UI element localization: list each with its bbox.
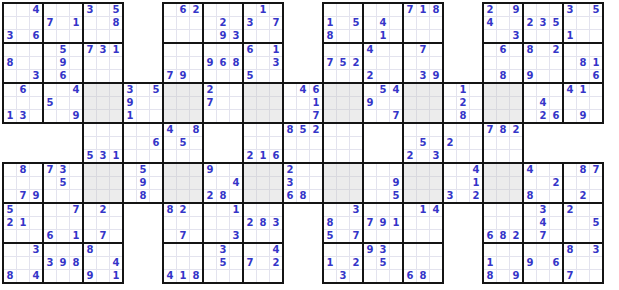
- empty-cell[interactable]: [377, 4, 389, 16]
- empty-cell[interactable]: [257, 57, 269, 69]
- empty-cell[interactable]: [257, 257, 269, 269]
- empty-cell[interactable]: [350, 177, 362, 189]
- empty-cell[interactable]: [44, 217, 56, 229]
- empty-cell[interactable]: [97, 124, 109, 136]
- empty-cell[interactable]: [217, 84, 229, 96]
- empty-cell[interactable]: [510, 110, 522, 122]
- empty-cell[interactable]: [590, 97, 602, 109]
- empty-cell[interactable]: [270, 177, 282, 189]
- empty-cell[interactable]: [444, 110, 456, 122]
- empty-cell[interactable]: [244, 230, 256, 242]
- empty-cell[interactable]: [377, 270, 389, 282]
- empty-cell[interactable]: [364, 257, 376, 269]
- empty-cell[interactable]: [17, 270, 29, 282]
- empty-cell[interactable]: [84, 137, 96, 149]
- empty-cell[interactable]: [284, 137, 296, 149]
- empty-cell[interactable]: [217, 4, 229, 16]
- empty-cell[interactable]: [350, 244, 362, 256]
- empty-cell[interactable]: [324, 204, 336, 216]
- empty-cell[interactable]: [30, 164, 42, 176]
- empty-cell[interactable]: [550, 204, 562, 216]
- empty-cell[interactable]: [364, 84, 376, 96]
- empty-cell[interactable]: [97, 97, 109, 109]
- empty-cell[interactable]: [257, 30, 269, 42]
- empty-cell[interactable]: [510, 257, 522, 269]
- empty-cell[interactable]: [164, 44, 176, 56]
- empty-cell[interactable]: [190, 230, 202, 242]
- empty-cell[interactable]: [4, 17, 16, 29]
- empty-cell[interactable]: [110, 177, 122, 189]
- empty-cell[interactable]: [257, 84, 269, 96]
- empty-cell[interactable]: [257, 44, 269, 56]
- empty-cell[interactable]: [244, 190, 256, 202]
- empty-cell[interactable]: [350, 84, 362, 96]
- empty-cell[interactable]: [204, 70, 216, 82]
- empty-cell[interactable]: [484, 70, 496, 82]
- empty-cell[interactable]: [190, 17, 202, 29]
- empty-cell[interactable]: [4, 190, 16, 202]
- empty-cell[interactable]: [270, 164, 282, 176]
- empty-cell[interactable]: [550, 84, 562, 96]
- empty-cell[interactable]: [257, 204, 269, 216]
- empty-cell[interactable]: [70, 97, 82, 109]
- empty-cell[interactable]: [230, 70, 242, 82]
- empty-cell[interactable]: [510, 217, 522, 229]
- empty-cell[interactable]: [57, 4, 69, 16]
- empty-cell[interactable]: [190, 150, 202, 162]
- empty-cell[interactable]: [524, 177, 536, 189]
- empty-cell[interactable]: [230, 244, 242, 256]
- empty-cell[interactable]: [4, 177, 16, 189]
- empty-cell[interactable]: [84, 110, 96, 122]
- empty-cell[interactable]: [404, 217, 416, 229]
- empty-cell[interactable]: [110, 204, 122, 216]
- empty-cell[interactable]: [164, 164, 176, 176]
- empty-cell[interactable]: [497, 84, 509, 96]
- empty-cell[interactable]: [417, 217, 429, 229]
- empty-cell[interactable]: [257, 270, 269, 282]
- empty-cell[interactable]: [217, 177, 229, 189]
- empty-cell[interactable]: [497, 190, 509, 202]
- empty-cell[interactable]: [524, 30, 536, 42]
- empty-cell[interactable]: [57, 270, 69, 282]
- empty-cell[interactable]: [190, 57, 202, 69]
- empty-cell[interactable]: [30, 17, 42, 29]
- empty-cell[interactable]: [150, 150, 162, 162]
- empty-cell[interactable]: [70, 177, 82, 189]
- empty-cell[interactable]: [364, 17, 376, 29]
- empty-cell[interactable]: [30, 177, 42, 189]
- empty-cell[interactable]: [404, 204, 416, 216]
- empty-cell[interactable]: [257, 17, 269, 29]
- empty-cell[interactable]: [177, 97, 189, 109]
- empty-cell[interactable]: [164, 150, 176, 162]
- empty-cell[interactable]: [70, 70, 82, 82]
- empty-cell[interactable]: [444, 150, 456, 162]
- empty-cell[interactable]: [404, 230, 416, 242]
- empty-cell[interactable]: [44, 44, 56, 56]
- empty-cell[interactable]: [297, 110, 309, 122]
- empty-cell[interactable]: [57, 17, 69, 29]
- empty-cell[interactable]: [70, 270, 82, 282]
- empty-cell[interactable]: [484, 44, 496, 56]
- empty-cell[interactable]: [537, 70, 549, 82]
- empty-cell[interactable]: [497, 244, 509, 256]
- empty-cell[interactable]: [390, 270, 402, 282]
- empty-cell[interactable]: [470, 110, 482, 122]
- empty-cell[interactable]: [444, 124, 456, 136]
- empty-cell[interactable]: [257, 70, 269, 82]
- empty-cell[interactable]: [417, 84, 429, 96]
- empty-cell[interactable]: [190, 137, 202, 149]
- empty-cell[interactable]: [550, 70, 562, 82]
- empty-cell[interactable]: [364, 57, 376, 69]
- empty-cell[interactable]: [417, 57, 429, 69]
- empty-cell[interactable]: [257, 190, 269, 202]
- empty-cell[interactable]: [590, 30, 602, 42]
- empty-cell[interactable]: [377, 204, 389, 216]
- empty-cell[interactable]: [577, 244, 589, 256]
- empty-cell[interactable]: [590, 230, 602, 242]
- empty-cell[interactable]: [564, 97, 576, 109]
- empty-cell[interactable]: [470, 97, 482, 109]
- empty-cell[interactable]: [30, 84, 42, 96]
- empty-cell[interactable]: [537, 30, 549, 42]
- empty-cell[interactable]: [137, 84, 149, 96]
- empty-cell[interactable]: [404, 177, 416, 189]
- empty-cell[interactable]: [324, 150, 336, 162]
- empty-cell[interactable]: [17, 257, 29, 269]
- empty-cell[interactable]: [524, 57, 536, 69]
- empty-cell[interactable]: [177, 44, 189, 56]
- empty-cell[interactable]: [124, 150, 136, 162]
- empty-cell[interactable]: [244, 30, 256, 42]
- empty-cell[interactable]: [417, 97, 429, 109]
- empty-cell[interactable]: [337, 110, 349, 122]
- empty-cell[interactable]: [244, 4, 256, 16]
- empty-cell[interactable]: [270, 230, 282, 242]
- empty-cell[interactable]: [510, 17, 522, 29]
- empty-cell[interactable]: [404, 84, 416, 96]
- empty-cell[interactable]: [377, 57, 389, 69]
- empty-cell[interactable]: [204, 44, 216, 56]
- empty-cell[interactable]: [524, 110, 536, 122]
- empty-cell[interactable]: [564, 217, 576, 229]
- empty-cell[interactable]: [510, 204, 522, 216]
- empty-cell[interactable]: [484, 217, 496, 229]
- empty-cell[interactable]: [590, 204, 602, 216]
- empty-cell[interactable]: [97, 110, 109, 122]
- empty-cell[interactable]: [497, 57, 509, 69]
- empty-cell[interactable]: [577, 204, 589, 216]
- empty-cell[interactable]: [324, 164, 336, 176]
- empty-cell[interactable]: [497, 164, 509, 176]
- empty-cell[interactable]: [177, 244, 189, 256]
- empty-cell[interactable]: [97, 70, 109, 82]
- empty-cell[interactable]: [430, 97, 442, 109]
- empty-cell[interactable]: [217, 270, 229, 282]
- empty-cell[interactable]: [4, 84, 16, 96]
- empty-cell[interactable]: [430, 57, 442, 69]
- empty-cell[interactable]: [497, 204, 509, 216]
- empty-cell[interactable]: [430, 30, 442, 42]
- empty-cell[interactable]: [257, 137, 269, 149]
- empty-cell[interactable]: [110, 164, 122, 176]
- empty-cell[interactable]: [4, 257, 16, 269]
- empty-cell[interactable]: [230, 190, 242, 202]
- empty-cell[interactable]: [337, 190, 349, 202]
- empty-cell[interactable]: [404, 164, 416, 176]
- empty-cell[interactable]: [190, 244, 202, 256]
- empty-cell[interactable]: [337, 70, 349, 82]
- empty-cell[interactable]: [430, 190, 442, 202]
- empty-cell[interactable]: [484, 244, 496, 256]
- empty-cell[interactable]: [497, 217, 509, 229]
- empty-cell[interactable]: [57, 30, 69, 42]
- empty-cell[interactable]: [110, 70, 122, 82]
- empty-cell[interactable]: [97, 30, 109, 42]
- empty-cell[interactable]: [377, 110, 389, 122]
- empty-cell[interactable]: [110, 110, 122, 122]
- empty-cell[interactable]: [497, 257, 509, 269]
- empty-cell[interactable]: [244, 177, 256, 189]
- empty-cell[interactable]: [44, 204, 56, 216]
- empty-cell[interactable]: [84, 204, 96, 216]
- empty-cell[interactable]: [564, 164, 576, 176]
- empty-cell[interactable]: [590, 177, 602, 189]
- empty-cell[interactable]: [310, 137, 322, 149]
- empty-cell[interactable]: [324, 110, 336, 122]
- empty-cell[interactable]: [364, 190, 376, 202]
- empty-cell[interactable]: [377, 230, 389, 242]
- empty-cell[interactable]: [110, 137, 122, 149]
- empty-cell[interactable]: [444, 177, 456, 189]
- empty-cell[interactable]: [30, 110, 42, 122]
- empty-cell[interactable]: [297, 137, 309, 149]
- empty-cell[interactable]: [390, 70, 402, 82]
- empty-cell[interactable]: [177, 110, 189, 122]
- empty-cell[interactable]: [457, 137, 469, 149]
- empty-cell[interactable]: [190, 110, 202, 122]
- empty-cell[interactable]: [204, 4, 216, 16]
- empty-cell[interactable]: [190, 97, 202, 109]
- empty-cell[interactable]: [524, 204, 536, 216]
- empty-cell[interactable]: [417, 177, 429, 189]
- empty-cell[interactable]: [84, 70, 96, 82]
- empty-cell[interactable]: [377, 44, 389, 56]
- empty-cell[interactable]: [84, 17, 96, 29]
- empty-cell[interactable]: [164, 30, 176, 42]
- empty-cell[interactable]: [270, 137, 282, 149]
- empty-cell[interactable]: [57, 217, 69, 229]
- empty-cell[interactable]: [244, 124, 256, 136]
- empty-cell[interactable]: [230, 164, 242, 176]
- empty-cell[interactable]: [537, 4, 549, 16]
- empty-cell[interactable]: [350, 70, 362, 82]
- empty-cell[interactable]: [510, 190, 522, 202]
- empty-cell[interactable]: [257, 124, 269, 136]
- empty-cell[interactable]: [430, 217, 442, 229]
- empty-cell[interactable]: [110, 57, 122, 69]
- empty-cell[interactable]: [484, 150, 496, 162]
- empty-cell[interactable]: [137, 150, 149, 162]
- empty-cell[interactable]: [497, 177, 509, 189]
- empty-cell[interactable]: [204, 110, 216, 122]
- empty-cell[interactable]: [524, 84, 536, 96]
- empty-cell[interactable]: [377, 190, 389, 202]
- empty-cell[interactable]: [17, 4, 29, 16]
- empty-cell[interactable]: [404, 137, 416, 149]
- empty-cell[interactable]: [537, 270, 549, 282]
- empty-cell[interactable]: [537, 244, 549, 256]
- empty-cell[interactable]: [244, 164, 256, 176]
- empty-cell[interactable]: [310, 190, 322, 202]
- empty-cell[interactable]: [404, 57, 416, 69]
- empty-cell[interactable]: [590, 110, 602, 122]
- empty-cell[interactable]: [324, 70, 336, 82]
- empty-cell[interactable]: [190, 257, 202, 269]
- empty-cell[interactable]: [297, 164, 309, 176]
- empty-cell[interactable]: [564, 17, 576, 29]
- empty-cell[interactable]: [270, 270, 282, 282]
- empty-cell[interactable]: [204, 30, 216, 42]
- empty-cell[interactable]: [270, 110, 282, 122]
- empty-cell[interactable]: [577, 270, 589, 282]
- empty-cell[interactable]: [430, 257, 442, 269]
- empty-cell[interactable]: [270, 190, 282, 202]
- empty-cell[interactable]: [124, 177, 136, 189]
- empty-cell[interactable]: [537, 257, 549, 269]
- empty-cell[interactable]: [84, 257, 96, 269]
- empty-cell[interactable]: [270, 124, 282, 136]
- empty-cell[interactable]: [190, 204, 202, 216]
- empty-cell[interactable]: [430, 270, 442, 282]
- empty-cell[interactable]: [30, 97, 42, 109]
- empty-cell[interactable]: [590, 44, 602, 56]
- empty-cell[interactable]: [230, 257, 242, 269]
- empty-cell[interactable]: [457, 190, 469, 202]
- empty-cell[interactable]: [84, 57, 96, 69]
- empty-cell[interactable]: [550, 270, 562, 282]
- empty-cell[interactable]: [137, 110, 149, 122]
- empty-cell[interactable]: [564, 177, 576, 189]
- empty-cell[interactable]: [350, 44, 362, 56]
- empty-cell[interactable]: [430, 110, 442, 122]
- empty-cell[interactable]: [430, 124, 442, 136]
- empty-cell[interactable]: [324, 137, 336, 149]
- empty-cell[interactable]: [270, 30, 282, 42]
- empty-cell[interactable]: [97, 17, 109, 29]
- empty-cell[interactable]: [484, 204, 496, 216]
- empty-cell[interactable]: [57, 204, 69, 216]
- empty-cell[interactable]: [57, 97, 69, 109]
- empty-cell[interactable]: [124, 190, 136, 202]
- empty-cell[interactable]: [110, 84, 122, 96]
- empty-cell[interactable]: [537, 177, 549, 189]
- empty-cell[interactable]: [577, 17, 589, 29]
- empty-cell[interactable]: [324, 97, 336, 109]
- empty-cell[interactable]: [137, 137, 149, 149]
- empty-cell[interactable]: [377, 164, 389, 176]
- empty-cell[interactable]: [444, 164, 456, 176]
- empty-cell[interactable]: [217, 217, 229, 229]
- empty-cell[interactable]: [44, 270, 56, 282]
- empty-cell[interactable]: [377, 177, 389, 189]
- empty-cell[interactable]: [590, 17, 602, 29]
- empty-cell[interactable]: [537, 190, 549, 202]
- empty-cell[interactable]: [390, 230, 402, 242]
- empty-cell[interactable]: [70, 244, 82, 256]
- empty-cell[interactable]: [110, 244, 122, 256]
- empty-cell[interactable]: [537, 57, 549, 69]
- empty-cell[interactable]: [404, 190, 416, 202]
- empty-cell[interactable]: [337, 44, 349, 56]
- empty-cell[interactable]: [564, 257, 576, 269]
- empty-cell[interactable]: [84, 230, 96, 242]
- empty-cell[interactable]: [457, 124, 469, 136]
- empty-cell[interactable]: [244, 84, 256, 96]
- empty-cell[interactable]: [564, 70, 576, 82]
- empty-cell[interactable]: [177, 124, 189, 136]
- empty-cell[interactable]: [137, 97, 149, 109]
- empty-cell[interactable]: [550, 164, 562, 176]
- empty-cell[interactable]: [577, 70, 589, 82]
- empty-cell[interactable]: [217, 70, 229, 82]
- empty-cell[interactable]: [217, 204, 229, 216]
- empty-cell[interactable]: [4, 4, 16, 16]
- empty-cell[interactable]: [124, 124, 136, 136]
- empty-cell[interactable]: [390, 204, 402, 216]
- empty-cell[interactable]: [84, 177, 96, 189]
- empty-cell[interactable]: [417, 230, 429, 242]
- empty-cell[interactable]: [577, 217, 589, 229]
- empty-cell[interactable]: [564, 44, 576, 56]
- empty-cell[interactable]: [337, 97, 349, 109]
- empty-cell[interactable]: [524, 97, 536, 109]
- empty-cell[interactable]: [30, 257, 42, 269]
- empty-cell[interactable]: [550, 244, 562, 256]
- empty-cell[interactable]: [577, 44, 589, 56]
- empty-cell[interactable]: [204, 270, 216, 282]
- empty-cell[interactable]: [190, 164, 202, 176]
- empty-cell[interactable]: [190, 217, 202, 229]
- empty-cell[interactable]: [44, 110, 56, 122]
- empty-cell[interactable]: [430, 177, 442, 189]
- empty-cell[interactable]: [337, 17, 349, 29]
- empty-cell[interactable]: [164, 190, 176, 202]
- empty-cell[interactable]: [110, 230, 122, 242]
- empty-cell[interactable]: [190, 84, 202, 96]
- empty-cell[interactable]: [484, 30, 496, 42]
- empty-cell[interactable]: [430, 17, 442, 29]
- empty-cell[interactable]: [44, 30, 56, 42]
- empty-cell[interactable]: [97, 164, 109, 176]
- empty-cell[interactable]: [244, 137, 256, 149]
- empty-cell[interactable]: [270, 4, 282, 16]
- empty-cell[interactable]: [497, 270, 509, 282]
- empty-cell[interactable]: [150, 97, 162, 109]
- empty-cell[interactable]: [350, 137, 362, 149]
- empty-cell[interactable]: [217, 97, 229, 109]
- empty-cell[interactable]: [204, 17, 216, 29]
- empty-cell[interactable]: [230, 217, 242, 229]
- empty-cell[interactable]: [364, 30, 376, 42]
- empty-cell[interactable]: [97, 177, 109, 189]
- empty-cell[interactable]: [97, 190, 109, 202]
- empty-cell[interactable]: [350, 190, 362, 202]
- empty-cell[interactable]: [57, 84, 69, 96]
- empty-cell[interactable]: [164, 4, 176, 16]
